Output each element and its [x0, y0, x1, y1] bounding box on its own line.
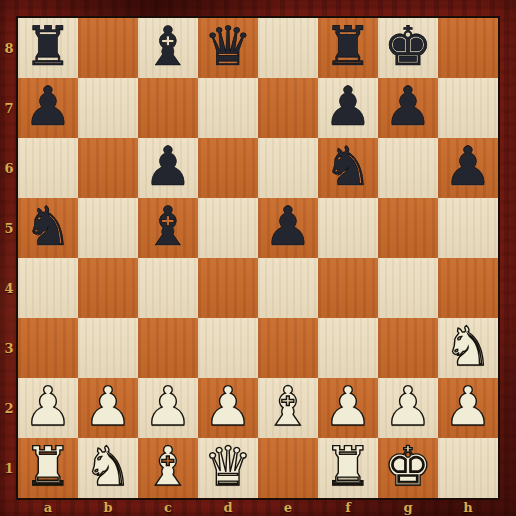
square-b7[interactable] — [78, 78, 138, 138]
black-bishop-c8[interactable]: ♝ — [138, 18, 198, 78]
rank-label-7: 7 — [0, 78, 18, 138]
black-rook-f8[interactable]: ♜ — [318, 18, 378, 78]
square-f2[interactable]: ♟ — [318, 378, 378, 438]
square-b6[interactable] — [78, 138, 138, 198]
black-knight-a5[interactable]: ♞ — [18, 198, 78, 258]
white-queen-d1[interactable]: ♛ — [198, 438, 258, 498]
square-a2[interactable]: ♟ — [18, 378, 78, 438]
black-queen-d8[interactable]: ♛ — [198, 18, 258, 78]
file-label-d: d — [198, 498, 258, 516]
square-e4[interactable] — [258, 258, 318, 318]
black-bishop-c5[interactable]: ♝ — [138, 198, 198, 258]
square-f4[interactable] — [318, 258, 378, 318]
square-h6[interactable]: ♟ — [438, 138, 498, 198]
file-label-b: b — [78, 498, 138, 516]
square-h5[interactable] — [438, 198, 498, 258]
square-e6[interactable] — [258, 138, 318, 198]
square-g1[interactable]: ♚ — [378, 438, 438, 498]
square-b3[interactable] — [78, 318, 138, 378]
black-pawn-e5[interactable]: ♟ — [258, 198, 318, 258]
white-knight-b1[interactable]: ♞ — [78, 438, 138, 498]
square-g5[interactable] — [378, 198, 438, 258]
white-pawn-a2[interactable]: ♟ — [18, 378, 78, 438]
square-d7[interactable] — [198, 78, 258, 138]
black-rook-a8[interactable]: ♜ — [18, 18, 78, 78]
square-c7[interactable] — [138, 78, 198, 138]
square-f1[interactable]: ♜ — [318, 438, 378, 498]
square-f5[interactable] — [318, 198, 378, 258]
square-c8[interactable]: ♝ — [138, 18, 198, 78]
black-pawn-h6[interactable]: ♟ — [438, 138, 498, 198]
rank-label-8: 8 — [0, 18, 18, 78]
square-d8[interactable]: ♛ — [198, 18, 258, 78]
square-d2[interactable]: ♟ — [198, 378, 258, 438]
square-f6[interactable]: ♞ — [318, 138, 378, 198]
square-b8[interactable] — [78, 18, 138, 78]
square-h8[interactable] — [438, 18, 498, 78]
square-e5[interactable]: ♟ — [258, 198, 318, 258]
square-h3[interactable]: ♞ — [438, 318, 498, 378]
rank-label-4: 4 — [0, 258, 18, 318]
white-pawn-b2[interactable]: ♟ — [78, 378, 138, 438]
square-d1[interactable]: ♛ — [198, 438, 258, 498]
file-label-h: h — [438, 498, 498, 516]
square-e1[interactable] — [258, 438, 318, 498]
rank-label-3: 3 — [0, 318, 18, 378]
square-g2[interactable]: ♟ — [378, 378, 438, 438]
square-a6[interactable] — [18, 138, 78, 198]
chess-board: ♜♝♛♜♚♟♟♟♟♞♟♞♝♟♞♟♟♟♟♝♟♟♟♜♞♝♛♜♚ 87654321ab… — [0, 0, 516, 516]
square-b2[interactable]: ♟ — [78, 378, 138, 438]
square-f7[interactable]: ♟ — [318, 78, 378, 138]
rank-label-5: 5 — [0, 198, 18, 258]
square-b1[interactable]: ♞ — [78, 438, 138, 498]
square-f3[interactable] — [318, 318, 378, 378]
square-c6[interactable]: ♟ — [138, 138, 198, 198]
rank-label-1: 1 — [0, 438, 18, 498]
black-pawn-a7[interactable]: ♟ — [18, 78, 78, 138]
square-h7[interactable] — [438, 78, 498, 138]
square-b5[interactable] — [78, 198, 138, 258]
square-a5[interactable]: ♞ — [18, 198, 78, 258]
square-a4[interactable] — [18, 258, 78, 318]
file-label-f: f — [318, 498, 378, 516]
square-d6[interactable] — [198, 138, 258, 198]
black-pawn-f7[interactable]: ♟ — [318, 78, 378, 138]
square-c1[interactable]: ♝ — [138, 438, 198, 498]
square-e7[interactable] — [258, 78, 318, 138]
square-c2[interactable]: ♟ — [138, 378, 198, 438]
white-pawn-d2[interactable]: ♟ — [198, 378, 258, 438]
square-a1[interactable]: ♜ — [18, 438, 78, 498]
black-pawn-g7[interactable]: ♟ — [378, 78, 438, 138]
file-label-a: a — [18, 498, 78, 516]
file-label-g: g — [378, 498, 438, 516]
square-g6[interactable] — [378, 138, 438, 198]
square-g3[interactable] — [378, 318, 438, 378]
square-g7[interactable]: ♟ — [378, 78, 438, 138]
square-e2[interactable]: ♝ — [258, 378, 318, 438]
square-b4[interactable] — [78, 258, 138, 318]
white-knight-h3[interactable]: ♞ — [438, 318, 498, 378]
white-pawn-h2[interactable]: ♟ — [438, 378, 498, 438]
rank-label-6: 6 — [0, 138, 18, 198]
black-king-g8[interactable]: ♚ — [378, 18, 438, 78]
square-g8[interactable]: ♚ — [378, 18, 438, 78]
square-h2[interactable]: ♟ — [438, 378, 498, 438]
white-rook-a1[interactable]: ♜ — [18, 438, 78, 498]
black-pawn-c6[interactable]: ♟ — [138, 138, 198, 198]
square-d5[interactable] — [198, 198, 258, 258]
black-knight-f6[interactable]: ♞ — [318, 138, 378, 198]
square-c3[interactable] — [138, 318, 198, 378]
square-h4[interactable] — [438, 258, 498, 318]
square-d4[interactable] — [198, 258, 258, 318]
square-e8[interactable] — [258, 18, 318, 78]
square-c5[interactable]: ♝ — [138, 198, 198, 258]
white-bishop-c1[interactable]: ♝ — [138, 438, 198, 498]
square-e3[interactable] — [258, 318, 318, 378]
rank-label-2: 2 — [0, 378, 18, 438]
file-label-c: c — [138, 498, 198, 516]
square-d3[interactable] — [198, 318, 258, 378]
square-a8[interactable]: ♜ — [18, 18, 78, 78]
square-c4[interactable] — [138, 258, 198, 318]
white-pawn-c2[interactable]: ♟ — [138, 378, 198, 438]
square-a3[interactable] — [18, 318, 78, 378]
square-g4[interactable] — [378, 258, 438, 318]
squares-grid: ♜♝♛♜♚♟♟♟♟♞♟♞♝♟♞♟♟♟♟♝♟♟♟♜♞♝♛♜♚ — [18, 18, 498, 498]
square-h1[interactable] — [438, 438, 498, 498]
white-bishop-e2[interactable]: ♝ — [258, 378, 318, 438]
square-f8[interactable]: ♜ — [318, 18, 378, 78]
white-rook-f1[interactable]: ♜ — [318, 438, 378, 498]
white-pawn-g2[interactable]: ♟ — [378, 378, 438, 438]
square-a7[interactable]: ♟ — [18, 78, 78, 138]
white-king-g1[interactable]: ♚ — [378, 438, 438, 498]
white-pawn-f2[interactable]: ♟ — [318, 378, 378, 438]
file-label-e: e — [258, 498, 318, 516]
